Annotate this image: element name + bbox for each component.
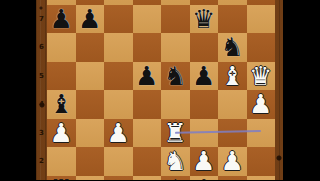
piece-black-bishop[interactable]: ♝ xyxy=(47,90,76,119)
square-e5[interactable]: ♞ xyxy=(161,62,190,91)
square-a1[interactable]: ♜ xyxy=(47,176,76,181)
square-c4[interactable] xyxy=(104,90,133,119)
square-d5[interactable]: ♟ xyxy=(133,62,162,91)
square-a6[interactable] xyxy=(47,33,76,62)
square-d7[interactable] xyxy=(133,5,162,34)
piece-white-pawn[interactable]: ♟ xyxy=(218,147,247,176)
square-g4[interactable] xyxy=(218,90,247,119)
piece-white-bishop[interactable]: ♝ xyxy=(218,62,247,91)
square-f5[interactable]: ♟ xyxy=(190,62,219,91)
rank-label-1: 1 xyxy=(36,176,47,181)
square-a5[interactable] xyxy=(47,62,76,91)
rank-label-4: 4 xyxy=(36,90,47,119)
square-b1[interactable] xyxy=(76,176,105,181)
square-b7[interactable]: ♟ xyxy=(76,5,105,34)
piece-black-pawn[interactable]: ♟ xyxy=(76,5,105,34)
square-d6[interactable] xyxy=(133,33,162,62)
square-a3[interactable]: ♟ xyxy=(47,119,76,148)
square-h4[interactable]: ♟ xyxy=(247,90,276,119)
rank-label-6: 6 xyxy=(36,33,47,62)
square-c5[interactable] xyxy=(104,62,133,91)
square-b6[interactable] xyxy=(76,33,105,62)
square-e6[interactable] xyxy=(161,33,190,62)
square-f4[interactable] xyxy=(190,90,219,119)
piece-black-pawn[interactable]: ♟ xyxy=(190,62,219,91)
square-d4[interactable] xyxy=(133,90,162,119)
square-e7[interactable] xyxy=(161,5,190,34)
piece-white-pawn[interactable]: ♟ xyxy=(190,147,219,176)
square-d2[interactable] xyxy=(133,147,162,176)
piece-black-knight[interactable]: ♞ xyxy=(218,33,247,62)
square-d1[interactable] xyxy=(133,176,162,181)
square-g2[interactable]: ♟ xyxy=(218,147,247,176)
square-d3[interactable] xyxy=(133,119,162,148)
square-a2[interactable] xyxy=(47,147,76,176)
square-f2[interactable]: ♟ xyxy=(190,147,219,176)
piece-black-queen[interactable]: ♛ xyxy=(190,5,219,34)
square-e1[interactable]: ♚ xyxy=(161,176,190,181)
square-a7[interactable]: ♟ xyxy=(47,5,76,34)
piece-white-pawn[interactable]: ♟ xyxy=(104,119,133,148)
square-c6[interactable] xyxy=(104,33,133,62)
square-a4[interactable]: ♝ xyxy=(47,90,76,119)
square-b2[interactable] xyxy=(76,147,105,176)
piece-white-knight[interactable]: ♞ xyxy=(161,147,190,176)
square-h6[interactable] xyxy=(247,33,276,62)
square-h5[interactable]: ♛ xyxy=(247,62,276,91)
rank-label-3: 3 xyxy=(36,119,47,148)
piece-white-king[interactable]: ♚ xyxy=(161,176,190,181)
square-b4[interactable] xyxy=(76,90,105,119)
square-h3[interactable] xyxy=(247,119,276,148)
piece-white-pawn[interactable]: ♟ xyxy=(47,119,76,148)
piece-white-bishop[interactable]: ♝ xyxy=(190,176,219,181)
piece-black-pawn[interactable]: ♟ xyxy=(47,5,76,34)
square-f1[interactable]: ♝ xyxy=(190,176,219,181)
chess-board[interactable]: ♜♚♜♟♟♛♞♟♞♟♝♛♝♟♟♟♜♞♟♟♜♚♝ xyxy=(47,0,275,180)
square-b3[interactable] xyxy=(76,119,105,148)
piece-white-queen[interactable]: ♛ xyxy=(247,62,276,91)
square-g7[interactable] xyxy=(218,5,247,34)
square-g1[interactable] xyxy=(218,176,247,181)
rank-label-5: 5 xyxy=(36,62,47,91)
square-e4[interactable] xyxy=(161,90,190,119)
piece-white-pawn[interactable]: ♟ xyxy=(247,90,276,119)
square-h2[interactable] xyxy=(247,147,276,176)
square-g5[interactable]: ♝ xyxy=(218,62,247,91)
square-c1[interactable] xyxy=(104,176,133,181)
rank-label-2: 2 xyxy=(36,147,47,176)
square-g6[interactable]: ♞ xyxy=(218,33,247,62)
piece-black-knight[interactable]: ♞ xyxy=(161,62,190,91)
square-f6[interactable] xyxy=(190,33,219,62)
rank-label-7: 7 xyxy=(36,5,47,34)
square-c3[interactable]: ♟ xyxy=(104,119,133,148)
video-frame: ♜♚♜♟♟♛♞♟♞♟♝♛♝♟♟♟♜♞♟♟♜♚♝ 87654321 xyxy=(0,0,320,180)
square-f7[interactable]: ♛ xyxy=(190,5,219,34)
square-h1[interactable] xyxy=(247,176,276,181)
piece-black-pawn[interactable]: ♟ xyxy=(133,62,162,91)
piece-white-rook[interactable]: ♜ xyxy=(47,176,76,181)
square-h7[interactable] xyxy=(247,5,276,34)
square-c2[interactable] xyxy=(104,147,133,176)
square-b5[interactable] xyxy=(76,62,105,91)
square-c7[interactable] xyxy=(104,5,133,34)
square-e2[interactable]: ♞ xyxy=(161,147,190,176)
